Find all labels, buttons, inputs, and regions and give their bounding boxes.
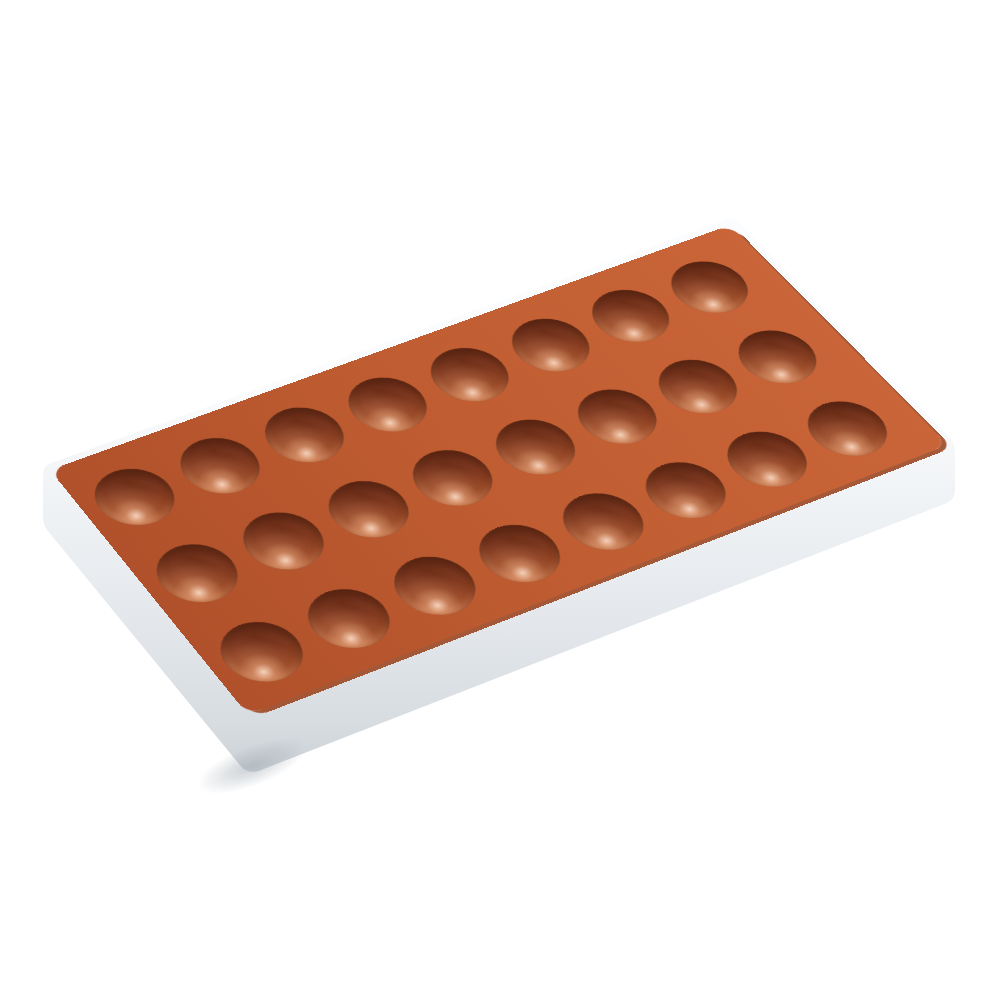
scene: [0, 0, 1000, 1000]
